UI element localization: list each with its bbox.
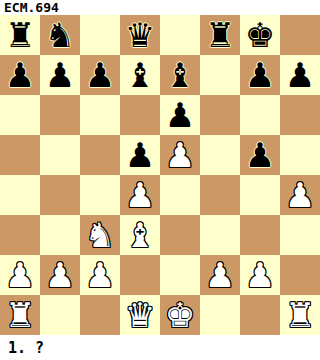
square-b5[interactable] (40, 135, 80, 175)
white-pawn-piece: ♟ (205, 255, 235, 295)
square-b8[interactable]: ♞ (40, 15, 80, 55)
square-c2[interactable]: ♟ (80, 255, 120, 295)
square-g4[interactable] (240, 175, 280, 215)
square-h4[interactable]: ♟ (280, 175, 320, 215)
square-f6[interactable] (200, 95, 240, 135)
square-b7[interactable]: ♟ (40, 55, 80, 95)
square-f3[interactable] (200, 215, 240, 255)
square-e6[interactable]: ♟ (160, 95, 200, 135)
black-bishop-piece: ♝ (125, 55, 155, 95)
black-pawn-piece: ♟ (5, 55, 35, 95)
square-e7[interactable]: ♝ (160, 55, 200, 95)
square-b2[interactable]: ♟ (40, 255, 80, 295)
black-king-piece: ♚ (245, 15, 275, 55)
square-f5[interactable] (200, 135, 240, 175)
square-g6[interactable] (240, 95, 280, 135)
square-e8[interactable] (160, 15, 200, 55)
black-knight-piece: ♞ (45, 15, 75, 55)
square-a5[interactable] (0, 135, 40, 175)
square-e4[interactable] (160, 175, 200, 215)
square-b3[interactable] (40, 215, 80, 255)
square-b6[interactable] (40, 95, 80, 135)
square-g5[interactable]: ♟ (240, 135, 280, 175)
puzzle-title: ECM.694 (0, 0, 320, 15)
chess-puzzle-window: ECM.694 ♜♞♛♜♚♟♟♟♝♝♟♟♟♟♟♟♟♟♞♝♟♟♟♟♟♜♛♚♜ 1.… (0, 0, 320, 360)
black-bishop-piece: ♝ (165, 55, 195, 95)
square-c8[interactable] (80, 15, 120, 55)
square-a7[interactable]: ♟ (0, 55, 40, 95)
square-a2[interactable]: ♟ (0, 255, 40, 295)
square-e2[interactable] (160, 255, 200, 295)
white-rook-piece: ♜ (5, 295, 35, 335)
square-d2[interactable] (120, 255, 160, 295)
white-pawn-piece: ♟ (285, 175, 315, 215)
black-pawn-piece: ♟ (85, 55, 115, 95)
square-d7[interactable]: ♝ (120, 55, 160, 95)
square-a4[interactable] (0, 175, 40, 215)
square-h5[interactable] (280, 135, 320, 175)
square-c5[interactable] (80, 135, 120, 175)
square-b1[interactable] (40, 295, 80, 335)
white-pawn-piece: ♟ (5, 255, 35, 295)
square-c6[interactable] (80, 95, 120, 135)
square-g8[interactable]: ♚ (240, 15, 280, 55)
black-pawn-piece: ♟ (245, 135, 275, 175)
square-f4[interactable] (200, 175, 240, 215)
black-queen-piece: ♛ (125, 15, 155, 55)
square-g1[interactable] (240, 295, 280, 335)
square-e5[interactable]: ♟ (160, 135, 200, 175)
black-rook-piece: ♜ (205, 15, 235, 55)
square-d4[interactable]: ♟ (120, 175, 160, 215)
square-c1[interactable] (80, 295, 120, 335)
white-pawn-piece: ♟ (45, 255, 75, 295)
chess-board: ♜♞♛♜♚♟♟♟♝♝♟♟♟♟♟♟♟♟♞♝♟♟♟♟♟♜♛♚♜ (0, 15, 320, 335)
white-knight-piece: ♞ (85, 215, 115, 255)
square-a8[interactable]: ♜ (0, 15, 40, 55)
square-h8[interactable] (280, 15, 320, 55)
square-b4[interactable] (40, 175, 80, 215)
square-h3[interactable] (280, 215, 320, 255)
white-pawn-piece: ♟ (165, 135, 195, 175)
square-e3[interactable] (160, 215, 200, 255)
square-d6[interactable] (120, 95, 160, 135)
white-rook-piece: ♜ (285, 295, 315, 335)
black-pawn-piece: ♟ (125, 135, 155, 175)
square-h7[interactable]: ♟ (280, 55, 320, 95)
square-a3[interactable] (0, 215, 40, 255)
white-bishop-piece: ♝ (125, 215, 155, 255)
square-d3[interactable]: ♝ (120, 215, 160, 255)
white-pawn-piece: ♟ (85, 255, 115, 295)
white-queen-piece: ♛ (125, 295, 155, 335)
square-g2[interactable]: ♟ (240, 255, 280, 295)
square-a6[interactable] (0, 95, 40, 135)
white-king-piece: ♚ (165, 295, 195, 335)
square-f1[interactable] (200, 295, 240, 335)
square-c7[interactable]: ♟ (80, 55, 120, 95)
square-g7[interactable]: ♟ (240, 55, 280, 95)
square-e1[interactable]: ♚ (160, 295, 200, 335)
square-f2[interactable]: ♟ (200, 255, 240, 295)
white-pawn-piece: ♟ (125, 175, 155, 215)
square-d1[interactable]: ♛ (120, 295, 160, 335)
move-prompt: 1. ? (0, 335, 320, 360)
square-h6[interactable] (280, 95, 320, 135)
square-g3[interactable] (240, 215, 280, 255)
black-pawn-piece: ♟ (165, 95, 195, 135)
square-a1[interactable]: ♜ (0, 295, 40, 335)
white-pawn-piece: ♟ (245, 255, 275, 295)
black-pawn-piece: ♟ (285, 55, 315, 95)
square-f7[interactable] (200, 55, 240, 95)
black-pawn-piece: ♟ (245, 55, 275, 95)
square-c3[interactable]: ♞ (80, 215, 120, 255)
square-h1[interactable]: ♜ (280, 295, 320, 335)
square-d8[interactable]: ♛ (120, 15, 160, 55)
square-f8[interactable]: ♜ (200, 15, 240, 55)
black-pawn-piece: ♟ (45, 55, 75, 95)
square-c4[interactable] (80, 175, 120, 215)
black-rook-piece: ♜ (5, 15, 35, 55)
square-h2[interactable] (280, 255, 320, 295)
square-d5[interactable]: ♟ (120, 135, 160, 175)
